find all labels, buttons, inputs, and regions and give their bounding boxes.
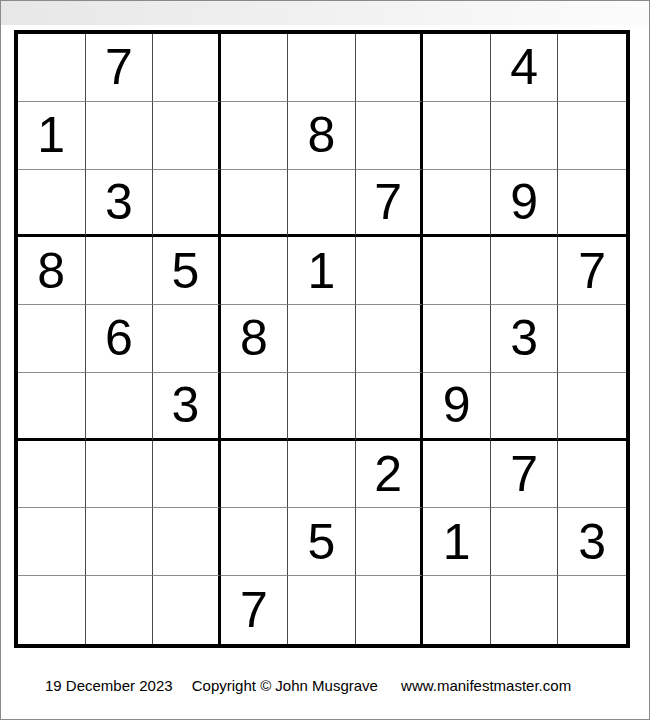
cell-r9c6 xyxy=(356,576,424,644)
cell-r3c4 xyxy=(221,170,289,238)
cell-r3c7 xyxy=(423,170,491,238)
cell-r7c6: 2 xyxy=(356,441,424,509)
cell-r7c5 xyxy=(288,441,356,509)
cell-r1c2: 7 xyxy=(86,34,154,102)
cell-r2c9 xyxy=(558,102,626,170)
cell-r5c2: 6 xyxy=(86,305,154,373)
cell-r1c8: 4 xyxy=(491,34,559,102)
cell-r8c4 xyxy=(221,508,289,576)
cell-r8c2 xyxy=(86,508,154,576)
cell-r4c4 xyxy=(221,237,289,305)
cell-r6c5 xyxy=(288,373,356,441)
cell-r4c7 xyxy=(423,237,491,305)
cell-r4c6 xyxy=(356,237,424,305)
cell-r8c7: 1 xyxy=(423,508,491,576)
cell-r2c8 xyxy=(491,102,559,170)
cell-r3c8: 9 xyxy=(491,170,559,238)
cell-r2c3 xyxy=(153,102,221,170)
cell-r3c3 xyxy=(153,170,221,238)
cell-r7c3 xyxy=(153,441,221,509)
cell-r2c6 xyxy=(356,102,424,170)
cell-r8c9: 3 xyxy=(558,508,626,576)
cell-r6c2 xyxy=(86,373,154,441)
cell-r5c4: 8 xyxy=(221,305,289,373)
cell-r9c5 xyxy=(288,576,356,644)
cell-r3c9 xyxy=(558,170,626,238)
cell-r6c8 xyxy=(491,373,559,441)
cell-r7c2 xyxy=(86,441,154,509)
cell-r1c1 xyxy=(18,34,86,102)
cell-r5c1 xyxy=(18,305,86,373)
cell-r5c3 xyxy=(153,305,221,373)
cell-r3c2: 3 xyxy=(86,170,154,238)
cell-r9c7 xyxy=(423,576,491,644)
cell-r6c1 xyxy=(18,373,86,441)
cell-r9c8 xyxy=(491,576,559,644)
cell-r7c8: 7 xyxy=(491,441,559,509)
footer-date: 19 December 2023 xyxy=(45,677,173,694)
cell-r4c2 xyxy=(86,237,154,305)
cell-r5c9 xyxy=(558,305,626,373)
cell-r1c9 xyxy=(558,34,626,102)
footer-website: www.manifestmaster.com xyxy=(401,677,571,694)
cell-r8c3 xyxy=(153,508,221,576)
cell-r4c9: 7 xyxy=(558,237,626,305)
cell-r4c8 xyxy=(491,237,559,305)
cell-r8c1 xyxy=(18,508,86,576)
cell-r4c5: 1 xyxy=(288,237,356,305)
cell-r4c3: 5 xyxy=(153,237,221,305)
cell-r7c9 xyxy=(558,441,626,509)
cell-r6c6 xyxy=(356,373,424,441)
cell-r3c1 xyxy=(18,170,86,238)
cell-r7c7 xyxy=(423,441,491,509)
top-band xyxy=(1,1,649,25)
cell-r9c2 xyxy=(86,576,154,644)
cell-r2c7 xyxy=(423,102,491,170)
cell-r8c6 xyxy=(356,508,424,576)
cell-r6c3: 3 xyxy=(153,373,221,441)
cell-r3c5 xyxy=(288,170,356,238)
cell-r8c8 xyxy=(491,508,559,576)
cell-r8c5: 5 xyxy=(288,508,356,576)
cell-r4c1: 8 xyxy=(18,237,86,305)
cell-r6c4 xyxy=(221,373,289,441)
cell-r5c5 xyxy=(288,305,356,373)
cell-r6c9 xyxy=(558,373,626,441)
cell-r5c7 xyxy=(423,305,491,373)
sudoku-board: 7418379851768339275137 xyxy=(14,30,630,648)
cell-r9c3 xyxy=(153,576,221,644)
cell-r1c5 xyxy=(288,34,356,102)
footer: 19 December 2023 Copyright © John Musgra… xyxy=(45,677,571,694)
cell-r5c6 xyxy=(356,305,424,373)
cell-r9c4: 7 xyxy=(221,576,289,644)
footer-copyright: Copyright © John Musgrave xyxy=(192,677,378,694)
cell-r2c2 xyxy=(86,102,154,170)
cell-r9c9 xyxy=(558,576,626,644)
cell-r1c4 xyxy=(221,34,289,102)
cell-r6c7: 9 xyxy=(423,373,491,441)
cell-r1c6 xyxy=(356,34,424,102)
puzzle-page: 7418379851768339275137 19 December 2023 … xyxy=(0,0,650,720)
cell-r2c1: 1 xyxy=(18,102,86,170)
cell-r2c4 xyxy=(221,102,289,170)
cell-r3c6: 7 xyxy=(356,170,424,238)
cell-r2c5: 8 xyxy=(288,102,356,170)
cell-r1c7 xyxy=(423,34,491,102)
cell-r5c8: 3 xyxy=(491,305,559,373)
cell-r7c1 xyxy=(18,441,86,509)
cell-r1c3 xyxy=(153,34,221,102)
cell-r9c1 xyxy=(18,576,86,644)
cell-r7c4 xyxy=(221,441,289,509)
